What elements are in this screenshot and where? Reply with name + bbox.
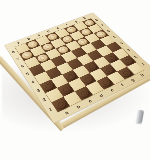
file-label-b: b — [27, 37, 31, 40]
file-label-e: e — [56, 27, 60, 30]
file-label-a: a — [17, 41, 21, 44]
rank-label-6: 6 — [20, 64, 24, 68]
file-label-b: b — [76, 104, 82, 109]
rank-label-5: 5 — [113, 36, 117, 39]
rank-label-8: 8 — [95, 19, 99, 22]
rank-label-5: 5 — [25, 72, 30, 76]
file-label-h: h — [83, 17, 87, 20]
file-label-d: d — [98, 93, 104, 98]
rank-label-3: 3 — [126, 49, 130, 52]
rank-label-8: 8 — [11, 50, 15, 54]
file-label-f: f — [66, 24, 69, 26]
file-label-a: a — [64, 110, 69, 115]
product-photo-stage: abcdefgh abcdefgh 87654321 87654321 — [0, 0, 150, 160]
file-label-f: f — [120, 83, 124, 87]
rank-label-2: 2 — [42, 97, 47, 102]
rank-label-7: 7 — [101, 24, 105, 27]
file-label-h: h — [139, 73, 144, 77]
file-label-g: g — [74, 20, 78, 23]
rank-label-3: 3 — [36, 88, 41, 93]
rank-label-4: 4 — [120, 42, 124, 45]
file-label-c: c — [87, 99, 92, 104]
rank-label-1: 1 — [48, 107, 53, 112]
file-label-e: e — [109, 88, 114, 93]
file-label-d: d — [46, 30, 50, 33]
rank-label-7: 7 — [16, 57, 20, 61]
file-label-c: c — [37, 34, 41, 37]
rank-label-2: 2 — [134, 55, 138, 58]
file-label-g: g — [130, 78, 136, 82]
rank-label-1: 1 — [141, 63, 146, 67]
rank-label-6: 6 — [107, 30, 111, 33]
rank-label-4: 4 — [30, 80, 35, 84]
